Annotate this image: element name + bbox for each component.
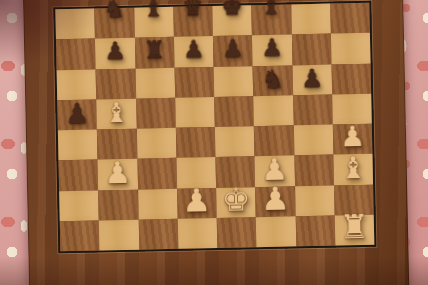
white-bishop-h3: ♝ [339,152,367,183]
square-d1 [177,218,217,249]
square-e1 [217,217,257,248]
square-h6 [331,63,371,94]
square-c6 [135,67,175,98]
square-d4 [176,127,216,158]
square-h7 [331,33,371,64]
square-c8: ♝ [134,7,174,38]
square-d5 [175,97,215,128]
square-f8: ♝ [252,4,292,35]
black-bishop-c8: ♝ [142,0,164,21]
square-e2: ♚ [216,187,256,218]
square-f7: ♟ [252,35,292,66]
square-f2: ♟ [255,186,295,217]
square-f5 [253,95,293,126]
chess-board: ♞♝♛♚♝♟♜♟♟♟♞♟♟♝♟♟♟♝♟♚♟♜ [53,1,376,254]
wooden-board-frame: ♞♝♛♚♝♟♜♟♟♟♞♟♟♝♟♟♟♝♟♚♟♜ [23,0,409,285]
square-b8: ♞ [95,8,135,39]
black-pawn-a5: ♟ [65,100,90,128]
white-pawn-d2: ♟ [182,184,211,217]
square-g1 [295,215,335,246]
square-b3: ♟ [98,159,138,190]
black-bishop-f8: ♝ [260,0,282,18]
square-b2 [98,189,138,220]
square-c2 [138,188,178,219]
black-queen-d8: ♛ [182,0,204,20]
square-a1 [60,220,100,251]
square-h3: ♝ [333,154,373,185]
square-e6 [214,66,254,97]
square-a6 [57,69,97,100]
square-c4 [136,128,176,159]
square-b5: ♝ [96,98,136,129]
white-pawn-b3: ♟ [104,157,132,188]
square-f6: ♞ [253,65,293,96]
black-pawn-d7: ♟ [183,37,205,61]
square-b7: ♟ [95,38,135,69]
black-pawn-f7: ♟ [261,35,283,59]
square-e7: ♟ [213,35,253,66]
square-h1: ♜ [334,214,374,245]
square-d8: ♛ [173,6,213,37]
black-knight-b8: ♞ [103,0,125,22]
square-a3 [59,160,99,191]
square-e4 [215,126,255,157]
square-g8 [291,4,331,35]
square-f1 [256,216,296,247]
square-a4 [58,129,98,160]
square-c7: ♜ [134,37,174,68]
square-g3 [294,155,334,186]
white-king-e2: ♚ [221,183,250,216]
square-e5 [214,96,254,127]
square-b6 [96,68,136,99]
square-g2 [295,185,335,216]
black-king-e8: ♚ [221,0,243,19]
square-e8: ♚ [212,5,252,36]
square-c3 [137,158,177,189]
square-g7 [291,34,331,65]
square-h8 [330,3,370,34]
black-knight-f6: ♞ [261,66,284,91]
square-c5 [136,98,176,129]
black-rook-c7: ♜ [143,38,165,62]
square-g6: ♟ [292,64,332,95]
black-pawn-b7: ♟ [104,38,126,62]
white-pawn-h4: ♟ [340,123,366,152]
square-c1 [138,219,178,250]
square-d6 [174,67,214,98]
square-a7 [56,39,96,70]
chessboard-photo-scene: ♞♝♛♚♝♟♜♟♟♟♞♟♟♝♟♟♟♝♟♚♟♜ [0,0,428,285]
black-pawn-g6: ♟ [300,65,323,90]
white-bishop-b5: ♝ [104,99,129,127]
square-a8 [55,9,95,40]
black-pawn-e7: ♟ [222,36,244,60]
white-pawn-f2: ♟ [261,182,290,215]
square-a2 [59,190,99,221]
square-d7: ♟ [174,36,214,67]
square-g4 [293,125,333,156]
square-d2: ♟ [177,188,217,219]
white-rook-h1: ♜ [339,210,369,244]
square-a5: ♟ [57,99,97,130]
square-g5 [293,94,333,125]
square-b1 [99,219,139,250]
